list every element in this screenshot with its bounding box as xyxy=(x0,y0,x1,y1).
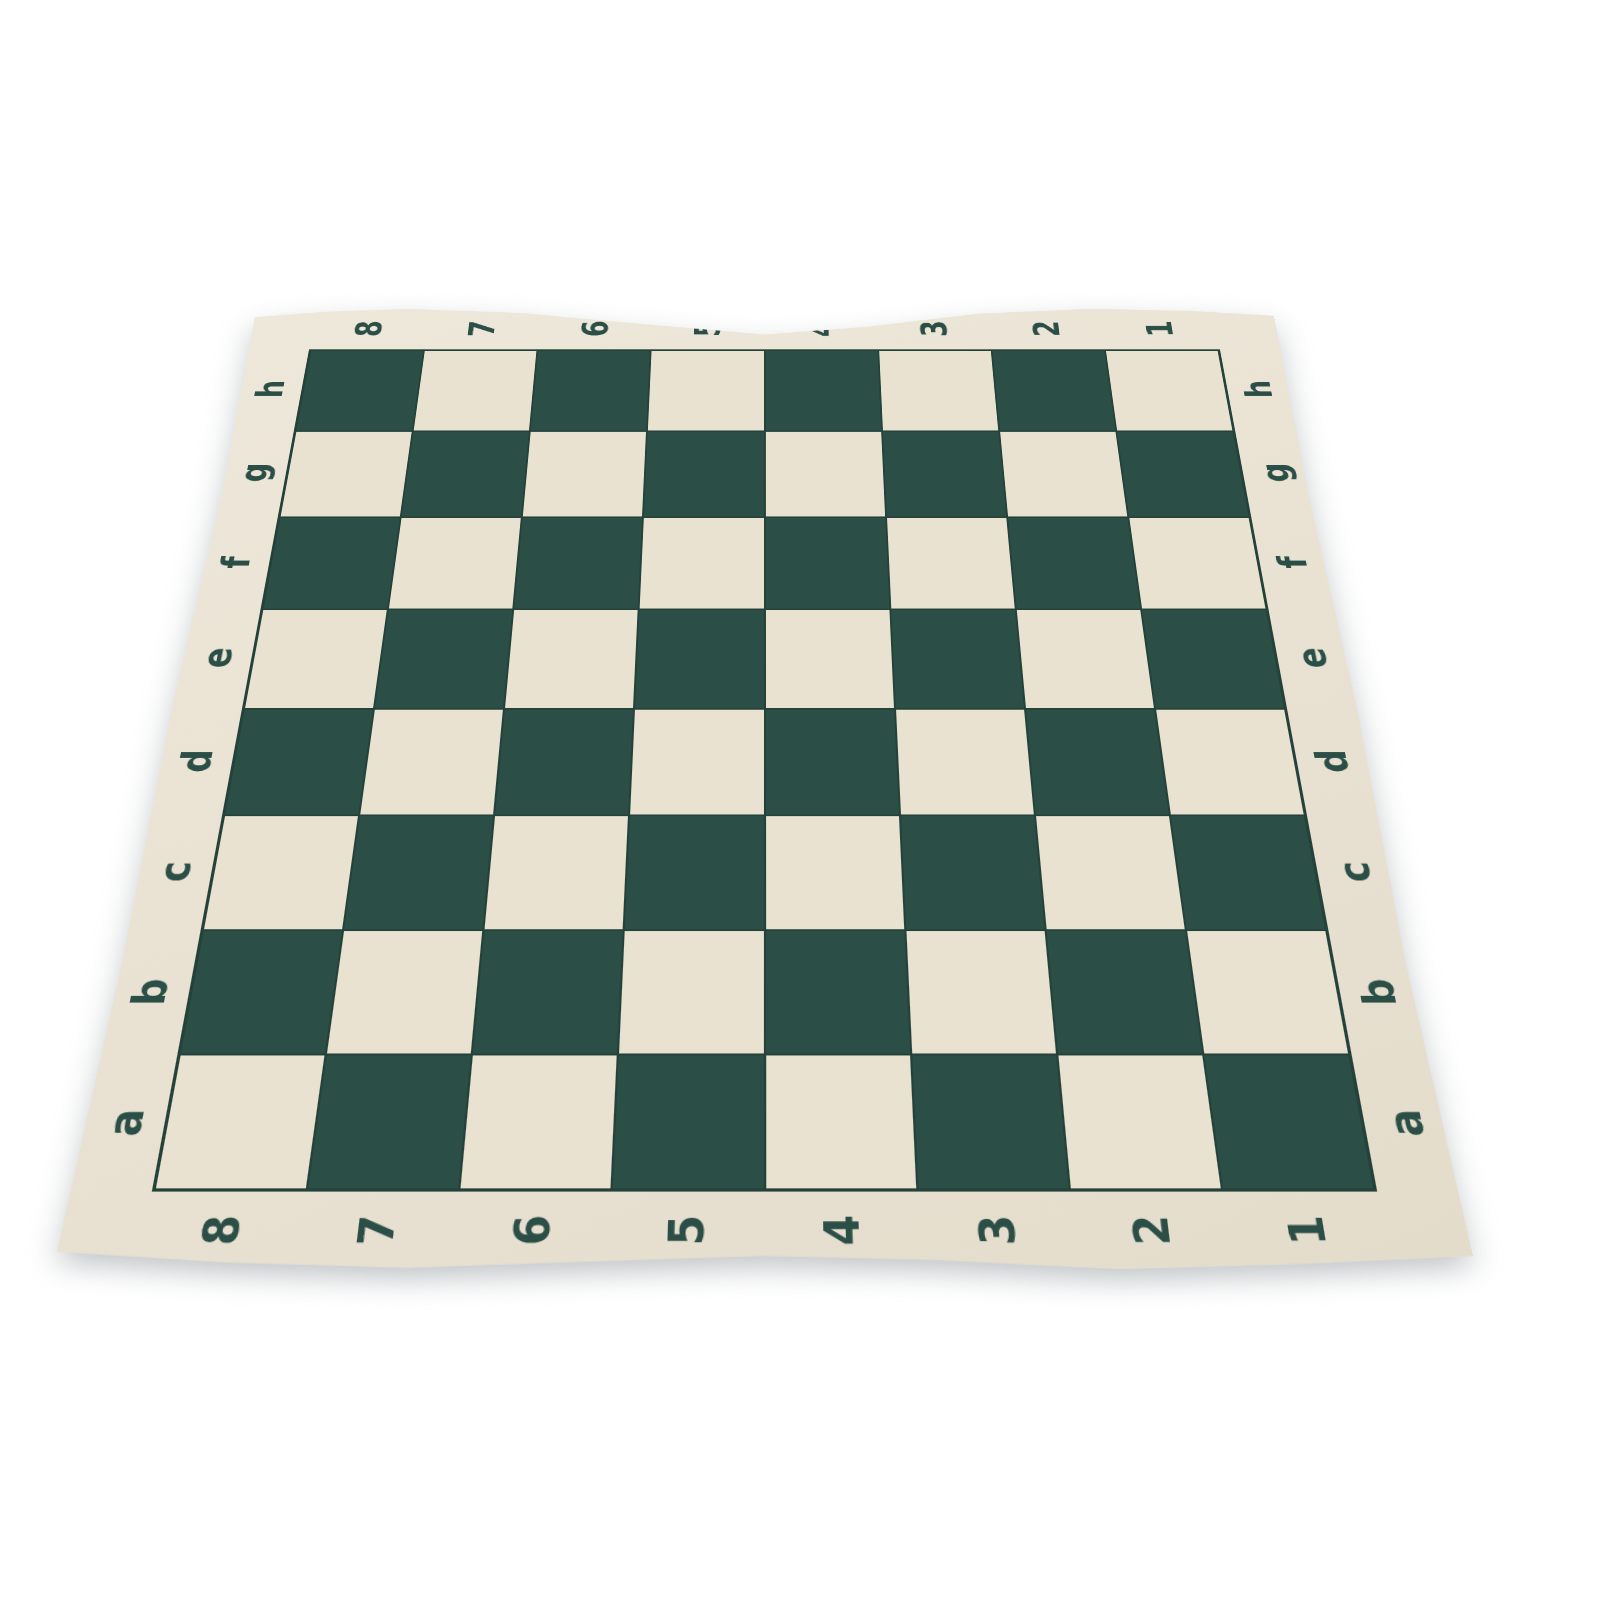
rank-label-top-5: 5 xyxy=(651,308,765,349)
rank-label-bottom-3: 3 xyxy=(918,1192,1078,1270)
coordinate-glyph: 8 xyxy=(351,320,388,336)
square-a3 xyxy=(912,1055,1068,1188)
coordinate-glyph: 4 xyxy=(804,320,839,336)
square-h8 xyxy=(297,351,424,430)
square-h7 xyxy=(414,351,537,430)
rank-label-bottom-2: 2 xyxy=(1071,1192,1235,1270)
rank-label-top-7: 7 xyxy=(423,308,541,349)
square-d3 xyxy=(896,709,1034,814)
rank-label-bottom-8: 8 xyxy=(137,1192,305,1270)
square-a1 xyxy=(1204,1055,1373,1188)
square-c4 xyxy=(766,816,904,929)
coordinate-glyph: h xyxy=(1239,380,1278,398)
square-b7 xyxy=(327,931,482,1053)
rank-label-top-1: 1 xyxy=(1100,308,1220,349)
square-e2 xyxy=(1017,610,1154,707)
square-d4 xyxy=(766,709,899,814)
square-b4 xyxy=(766,931,910,1053)
coordinate-glyph: f xyxy=(216,556,256,568)
coordinate-glyph: 6 xyxy=(507,1215,557,1246)
square-g3 xyxy=(883,432,1006,517)
rank-label-bottom-7: 7 xyxy=(294,1192,458,1270)
coordinate-glyph: d xyxy=(1310,749,1355,772)
square-d6 xyxy=(495,709,633,814)
square-b1 xyxy=(1187,931,1348,1053)
square-h6 xyxy=(531,351,650,430)
coordinate-glyph: e xyxy=(195,648,238,669)
square-e8 xyxy=(245,610,387,707)
board-grid xyxy=(152,349,1377,1191)
coordinate-glyph: b xyxy=(1354,978,1404,1005)
square-a2 xyxy=(1058,1055,1221,1188)
square-c6 xyxy=(485,816,629,929)
coordinate-glyph: 7 xyxy=(351,1215,402,1246)
coordinate-glyph: e xyxy=(1290,648,1333,669)
square-g2 xyxy=(1000,432,1127,517)
square-f1 xyxy=(1129,518,1265,609)
coordinate-glyph: a xyxy=(1379,1108,1431,1136)
square-e7 xyxy=(375,610,512,707)
coordinate-glyph: h xyxy=(251,380,290,398)
board-tilt: 87654321 87654321 hgfedcba hgfedcba xyxy=(53,308,1475,1269)
square-a8 xyxy=(156,1055,325,1188)
square-g7 xyxy=(402,432,529,517)
square-b3 xyxy=(906,931,1056,1053)
square-d1 xyxy=(1156,709,1304,814)
coordinate-glyph: 1 xyxy=(1281,1215,1334,1246)
square-e1 xyxy=(1142,610,1284,707)
photo-background: 87654321 87654321 hgfedcba hgfedcba xyxy=(0,0,1601,1601)
square-d2 xyxy=(1026,709,1169,814)
square-c3 xyxy=(901,816,1045,929)
square-c7 xyxy=(344,816,493,929)
coordinate-glyph: 4 xyxy=(818,1215,866,1246)
square-f8 xyxy=(264,518,400,609)
square-g1 xyxy=(1117,432,1248,517)
rank-label-bottom-1: 1 xyxy=(1224,1192,1392,1270)
rank-label-top-6: 6 xyxy=(537,308,653,349)
coordinate-glyph: c xyxy=(1331,862,1378,883)
coordinate-glyph: 3 xyxy=(916,320,952,336)
coordinate-glyph: g xyxy=(1255,463,1295,482)
rank-label-top-4: 4 xyxy=(765,308,879,349)
coordinate-glyph: 3 xyxy=(972,1215,1022,1246)
square-e5 xyxy=(635,610,763,707)
square-c8 xyxy=(204,816,358,929)
square-b6 xyxy=(473,931,623,1053)
square-f5 xyxy=(640,518,764,609)
square-b8 xyxy=(181,931,342,1053)
rank-label-bottom-4: 4 xyxy=(765,1192,922,1270)
coordinate-glyph: 6 xyxy=(577,320,613,336)
square-d5 xyxy=(631,709,764,814)
square-h2 xyxy=(992,351,1115,430)
coordinate-glyph: 5 xyxy=(663,1215,711,1246)
rank-labels-top: 87654321 xyxy=(309,308,1220,349)
coordinate-glyph: 7 xyxy=(464,320,500,336)
square-e3 xyxy=(891,610,1024,707)
coordinate-glyph: f xyxy=(1273,556,1313,568)
square-a5 xyxy=(613,1055,763,1188)
square-f2 xyxy=(1008,518,1140,609)
square-f6 xyxy=(514,518,642,609)
chessboard-mat: 87654321 87654321 hgfedcba hgfedcba xyxy=(53,308,1475,1269)
coordinate-glyph: 8 xyxy=(196,1215,249,1246)
coordinate-glyph: 1 xyxy=(1141,320,1178,336)
square-a4 xyxy=(766,1055,916,1188)
square-f7 xyxy=(389,518,521,609)
rank-label-top-8: 8 xyxy=(309,308,429,349)
square-c2 xyxy=(1036,816,1185,929)
square-e6 xyxy=(505,610,638,707)
square-c5 xyxy=(625,816,763,929)
coordinate-glyph: d xyxy=(174,749,219,772)
square-c1 xyxy=(1171,816,1325,929)
square-g6 xyxy=(523,432,646,517)
square-a7 xyxy=(308,1055,471,1188)
square-f4 xyxy=(765,518,889,609)
square-d8 xyxy=(225,709,373,814)
coordinate-glyph: c xyxy=(151,862,198,883)
square-g8 xyxy=(281,432,412,517)
coordinate-glyph: g xyxy=(234,463,274,482)
square-h4 xyxy=(765,351,880,430)
square-e4 xyxy=(765,610,893,707)
square-h5 xyxy=(648,351,763,430)
square-h3 xyxy=(879,351,998,430)
coordinate-glyph: 2 xyxy=(1029,320,1065,336)
rank-labels-bottom: 87654321 xyxy=(137,1192,1391,1270)
rank-label-bottom-5: 5 xyxy=(608,1192,765,1270)
rank-label-bottom-6: 6 xyxy=(451,1192,611,1270)
square-b2 xyxy=(1047,931,1202,1053)
coordinate-glyph: 5 xyxy=(691,320,726,336)
square-a6 xyxy=(461,1055,617,1188)
rank-label-top-2: 2 xyxy=(988,308,1106,349)
rank-label-top-3: 3 xyxy=(876,308,992,349)
square-g4 xyxy=(765,432,884,517)
square-b5 xyxy=(619,931,763,1053)
coordinate-glyph: a xyxy=(99,1108,151,1136)
square-h1 xyxy=(1106,351,1233,430)
square-d7 xyxy=(360,709,503,814)
square-f3 xyxy=(887,518,1015,609)
square-g5 xyxy=(644,432,763,517)
coordinate-glyph: 2 xyxy=(1127,1215,1178,1246)
board-perspective-wrapper: 87654321 87654321 hgfedcba hgfedcba xyxy=(172,193,1357,1224)
coordinate-glyph: b xyxy=(126,978,176,1005)
